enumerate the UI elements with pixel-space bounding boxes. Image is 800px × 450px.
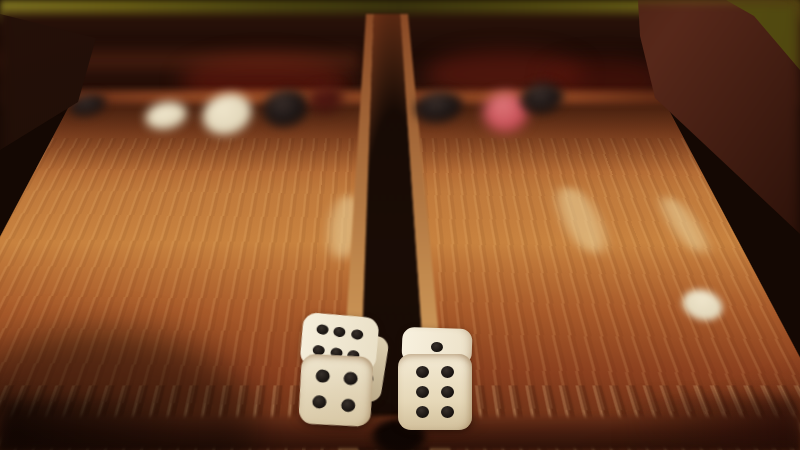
pip (431, 342, 443, 352)
pip (312, 395, 327, 409)
rim-shadow-right (620, 398, 800, 450)
die-face-front (298, 353, 374, 427)
pip (416, 386, 429, 398)
pip (441, 406, 454, 418)
pip (333, 327, 346, 338)
pip (441, 366, 454, 378)
pip (441, 386, 454, 398)
die-right[interactable] (396, 326, 480, 430)
pip (344, 372, 359, 386)
pip (416, 366, 429, 378)
die-left[interactable] (294, 311, 388, 430)
pip (351, 329, 364, 340)
pip (416, 406, 429, 418)
pip (341, 398, 356, 412)
pip (315, 369, 330, 383)
pip (316, 324, 329, 335)
backgammon-photo-scene (0, 0, 800, 450)
die-face-front (398, 354, 472, 430)
